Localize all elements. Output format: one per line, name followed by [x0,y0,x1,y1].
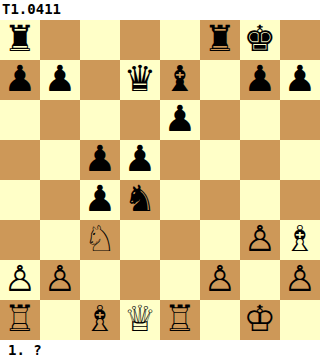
square-h8[interactable] [280,20,320,60]
square-h5[interactable] [280,140,320,180]
square-a4[interactable] [0,180,40,220]
square-d6[interactable] [120,100,160,140]
square-g3[interactable]: ♙ [240,220,280,260]
square-c2[interactable] [80,260,120,300]
square-e3[interactable] [160,220,200,260]
square-g1[interactable]: ♔ [240,300,280,340]
square-c1[interactable]: ♗ [80,300,120,340]
square-c5[interactable]: ♟ [80,140,120,180]
black-pawn-icon: ♟ [84,180,116,219]
square-h1[interactable] [280,300,320,340]
black-pawn-icon: ♟ [44,60,76,99]
square-b4[interactable] [40,180,80,220]
black-king-icon: ♚ [244,20,276,59]
white-bishop-icon: ♗ [284,220,316,259]
black-pawn-icon: ♟ [244,60,276,99]
square-h4[interactable] [280,180,320,220]
black-pawn-icon: ♟ [84,140,116,179]
square-a3[interactable] [0,220,40,260]
square-h6[interactable] [280,100,320,140]
black-rook-icon: ♜ [4,20,36,59]
white-pawn-icon: ♙ [244,220,276,259]
white-pawn-icon: ♙ [44,260,76,299]
square-f1[interactable] [200,300,240,340]
square-g4[interactable] [240,180,280,220]
square-e6[interactable]: ♟ [160,100,200,140]
square-h3[interactable]: ♗ [280,220,320,260]
square-d5[interactable]: ♟ [120,140,160,180]
square-b7[interactable]: ♟ [40,60,80,100]
square-a5[interactable] [0,140,40,180]
square-f7[interactable] [200,60,240,100]
square-a2[interactable]: ♙ [0,260,40,300]
black-knight-icon: ♞ [124,180,156,219]
white-rook-icon: ♖ [164,300,196,339]
white-pawn-icon: ♙ [4,260,36,299]
square-f6[interactable] [200,100,240,140]
white-king-icon: ♔ [244,300,276,339]
puzzle-title: T1.0411 [0,0,320,20]
white-knight-icon: ♘ [84,220,116,259]
square-e1[interactable]: ♖ [160,300,200,340]
black-pawn-icon: ♟ [164,100,196,139]
square-b2[interactable]: ♙ [40,260,80,300]
square-e5[interactable] [160,140,200,180]
square-g7[interactable]: ♟ [240,60,280,100]
square-f5[interactable] [200,140,240,180]
square-e4[interactable] [160,180,200,220]
square-e7[interactable]: ♝ [160,60,200,100]
move-prompt: 1. ? [0,340,320,360]
square-a6[interactable] [0,100,40,140]
white-pawn-icon: ♙ [204,260,236,299]
square-c7[interactable] [80,60,120,100]
white-bishop-icon: ♗ [84,300,116,339]
square-d2[interactable] [120,260,160,300]
square-a7[interactable]: ♟ [0,60,40,100]
black-pawn-icon: ♟ [4,60,36,99]
square-d4[interactable]: ♞ [120,180,160,220]
white-rook-icon: ♖ [4,300,36,339]
black-bishop-icon: ♝ [164,60,196,99]
square-h2[interactable]: ♙ [280,260,320,300]
square-g6[interactable] [240,100,280,140]
square-a1[interactable]: ♖ [0,300,40,340]
square-e8[interactable] [160,20,200,60]
square-f8[interactable]: ♜ [200,20,240,60]
chess-diagram: T1.0411 ♜♜♚♟♟♛♝♟♟♟♟♟♟♞♘♙♗♙♙♙♙♖♗♕♖♔ 1. ? [0,0,320,360]
square-c4[interactable]: ♟ [80,180,120,220]
square-d8[interactable] [120,20,160,60]
black-rook-icon: ♜ [204,20,236,59]
square-f3[interactable] [200,220,240,260]
square-d1[interactable]: ♕ [120,300,160,340]
chess-board: ♜♜♚♟♟♛♝♟♟♟♟♟♟♞♘♙♗♙♙♙♙♖♗♕♖♔ [0,20,320,340]
square-c3[interactable]: ♘ [80,220,120,260]
black-queen-icon: ♛ [124,60,156,99]
square-f4[interactable] [200,180,240,220]
square-b8[interactable] [40,20,80,60]
square-h7[interactable]: ♟ [280,60,320,100]
square-g5[interactable] [240,140,280,180]
square-g8[interactable]: ♚ [240,20,280,60]
square-b3[interactable] [40,220,80,260]
square-b1[interactable] [40,300,80,340]
square-g2[interactable] [240,260,280,300]
square-d7[interactable]: ♛ [120,60,160,100]
white-queen-icon: ♕ [124,300,156,339]
square-f2[interactable]: ♙ [200,260,240,300]
black-pawn-icon: ♟ [284,60,316,99]
square-b5[interactable] [40,140,80,180]
square-d3[interactable] [120,220,160,260]
square-e2[interactable] [160,260,200,300]
square-a8[interactable]: ♜ [0,20,40,60]
square-b6[interactable] [40,100,80,140]
square-c8[interactable] [80,20,120,60]
black-pawn-icon: ♟ [124,140,156,179]
square-c6[interactable] [80,100,120,140]
white-pawn-icon: ♙ [284,260,316,299]
